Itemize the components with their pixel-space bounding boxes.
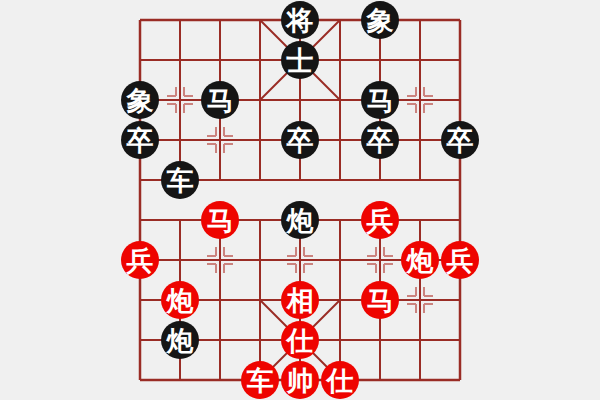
intersection: 车 (160, 160, 200, 200)
piece-black-soldier[interactable]: 卒 (361, 121, 399, 159)
piece-black-soldier[interactable]: 卒 (121, 121, 159, 159)
piece-red-advisor[interactable]: 仕 (281, 321, 319, 359)
piece-red-chariot[interactable]: 车 (241, 361, 279, 399)
piece-red-elephant[interactable]: 相 (281, 281, 319, 319)
piece-red-general[interactable]: 帅 (281, 361, 319, 399)
intersection: 兵 (120, 240, 160, 280)
intersection: 仕 (280, 320, 320, 360)
intersection: 卒 (360, 120, 400, 160)
piece-black-cannon[interactable]: 炮 (161, 321, 199, 359)
intersection: 将 (280, 0, 320, 40)
piece-red-horse[interactable]: 马 (201, 201, 239, 239)
piece-red-soldier[interactable]: 兵 (441, 241, 479, 279)
intersection: 炮 (160, 280, 200, 320)
intersection: 仕 (320, 360, 360, 400)
piece-black-chariot[interactable]: 车 (161, 161, 199, 199)
piece-black-horse[interactable]: 马 (361, 81, 399, 119)
intersection: 卒 (440, 120, 480, 160)
piece-red-cannon[interactable]: 炮 (401, 241, 439, 279)
intersection: 兵 (440, 240, 480, 280)
intersection: 帅 (280, 360, 320, 400)
piece-black-elephant[interactable]: 象 (361, 1, 399, 39)
intersection: 象 (120, 80, 160, 120)
piece-red-cannon[interactable]: 炮 (161, 281, 199, 319)
pieces-layer: 将象士象马马卒卒卒卒车马炮兵兵炮兵炮相马炮仕车帅仕 (120, 0, 480, 400)
intersection: 兵 (360, 200, 400, 240)
piece-red-soldier[interactable]: 兵 (121, 241, 159, 279)
intersection: 象 (360, 0, 400, 40)
piece-black-soldier[interactable]: 卒 (441, 121, 479, 159)
piece-red-soldier[interactable]: 兵 (361, 201, 399, 239)
piece-black-advisor[interactable]: 士 (281, 41, 319, 79)
piece-red-horse[interactable]: 马 (361, 281, 399, 319)
intersection: 马 (360, 80, 400, 120)
intersection: 相 (280, 280, 320, 320)
piece-black-soldier[interactable]: 卒 (281, 121, 319, 159)
piece-black-elephant[interactable]: 象 (121, 81, 159, 119)
xiangqi-app: 将象士象马马卒卒卒卒车马炮兵兵炮兵炮相马炮仕车帅仕 (0, 0, 600, 400)
intersection: 马 (200, 80, 240, 120)
intersection: 炮 (400, 240, 440, 280)
intersection: 马 (200, 200, 240, 240)
piece-black-general[interactable]: 将 (281, 1, 319, 39)
intersection: 马 (360, 280, 400, 320)
intersection: 卒 (120, 120, 160, 160)
intersection: 炮 (280, 200, 320, 240)
piece-black-cannon[interactable]: 炮 (281, 201, 319, 239)
intersection: 炮 (160, 320, 200, 360)
piece-red-advisor[interactable]: 仕 (321, 361, 359, 399)
intersection: 士 (280, 40, 320, 80)
intersection: 卒 (280, 120, 320, 160)
intersection: 车 (240, 360, 280, 400)
piece-black-horse[interactable]: 马 (201, 81, 239, 119)
